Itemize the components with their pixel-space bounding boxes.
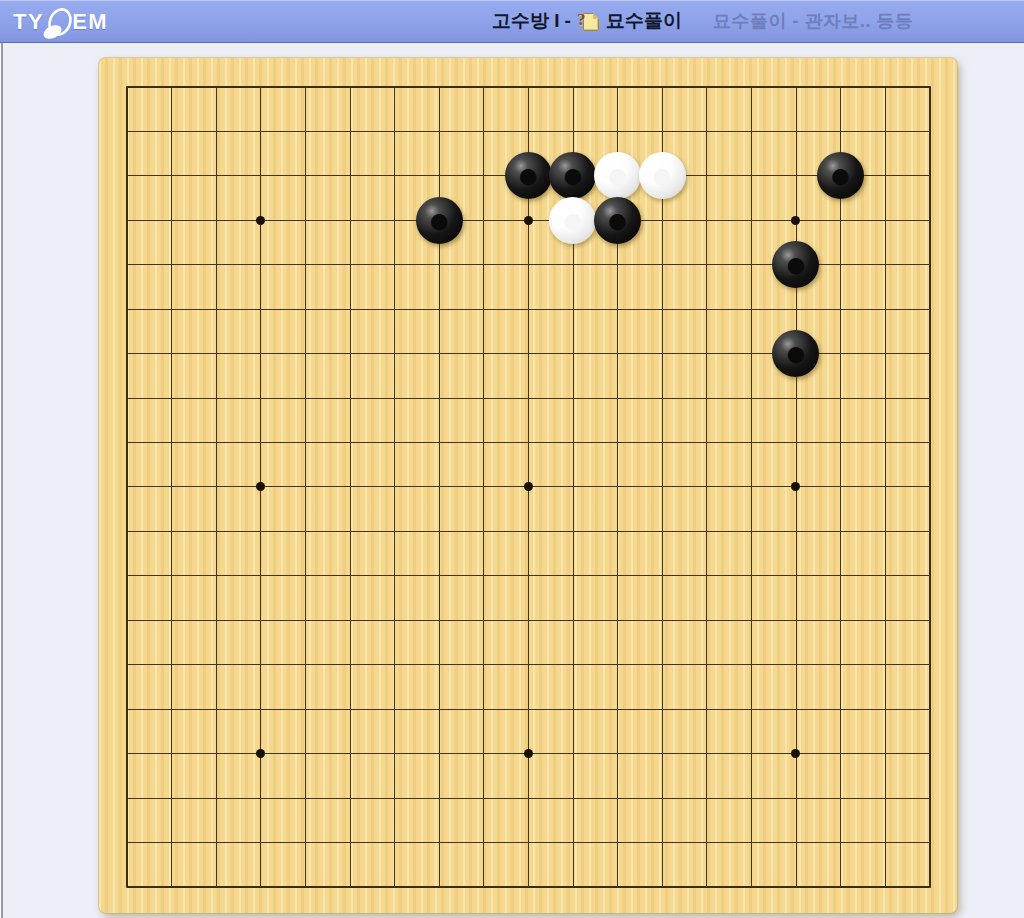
header-titles: 고수방 I - ? 묘수풀이 묘수풀이 - 관자보.. 등등	[492, 0, 913, 42]
stone-black-R17: ●	[817, 152, 864, 199]
logo-go-stones-icon	[42, 7, 74, 43]
stone-black-H16: ●	[416, 197, 463, 244]
stone-white-N17: ●	[639, 152, 686, 199]
content-area: ●●●●●●●●●●	[0, 43, 1024, 918]
header-bar: TY EM 고수방 I - ? 묘수풀이 묘수풀이 - 관자보.. 등등	[0, 0, 1024, 43]
room-label: 고수방 I	[492, 8, 560, 34]
title-separator: -	[565, 10, 571, 32]
puzzle-title: 묘수풀이	[606, 8, 682, 34]
room-title: 고수방 I - ? 묘수풀이	[492, 8, 682, 34]
tygem-logo: TY EM	[13, 3, 108, 41]
stone-black-L17: ●	[549, 152, 596, 199]
window-left-border	[1, 43, 3, 918]
stone-black-Q13: ●	[772, 330, 819, 377]
logo-text-suffix: EM	[72, 9, 108, 35]
go-board[interactable]: ●●●●●●●●●●	[99, 58, 957, 913]
logo-text-prefix: TY	[13, 9, 44, 35]
stone-black-M16: ●	[594, 197, 641, 244]
stone-black-Q15: ●	[772, 241, 819, 288]
puzzle-note-icon: ?	[577, 12, 600, 31]
question-mark-icon: ?	[577, 10, 586, 30]
stone-black-K17: ●	[505, 152, 552, 199]
stone-white-M17: ●	[594, 152, 641, 199]
board-stones: ●●●●●●●●●●	[105, 65, 963, 918]
subtitle: 묘수풀이 - 관자보.. 등등	[713, 9, 914, 33]
stone-white-L16: ●	[549, 197, 596, 244]
